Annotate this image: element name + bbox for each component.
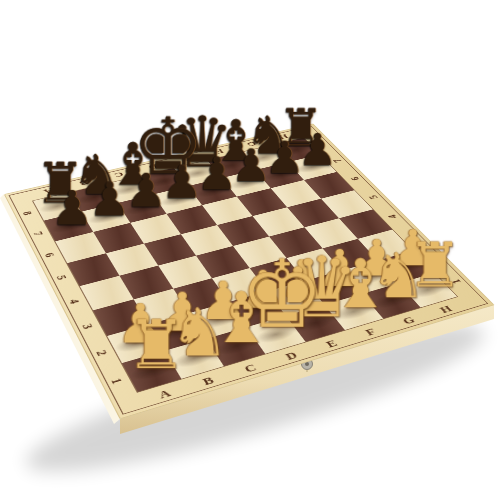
piece-light-rook-a1[interactable]: ♜ [123,356,179,386]
scene: AABBCCDDEEFFGGHH8765432187654321 ♜♞♝♚♛♝♞… [0,0,500,500]
chess-board: AABBCCDDEEFFGGHH8765432187654321 ♜♞♝♚♛♝♞… [4,123,495,419]
light-rook-glyph: ♜ [104,311,209,378]
pieces-layer: ♜♞♝♚♛♝♞♜♟♟♟♟♟♟♟♟♟♟♟♟♟♟♟♟♜♞♝♚♛♝♞♜ [4,123,495,419]
piece-dark-pawn-a7[interactable]: ♟ [45,216,93,237]
board-face: AABBCCDDEEFFGGHH8765432187654321 ♜♞♝♚♛♝♞… [4,123,495,419]
